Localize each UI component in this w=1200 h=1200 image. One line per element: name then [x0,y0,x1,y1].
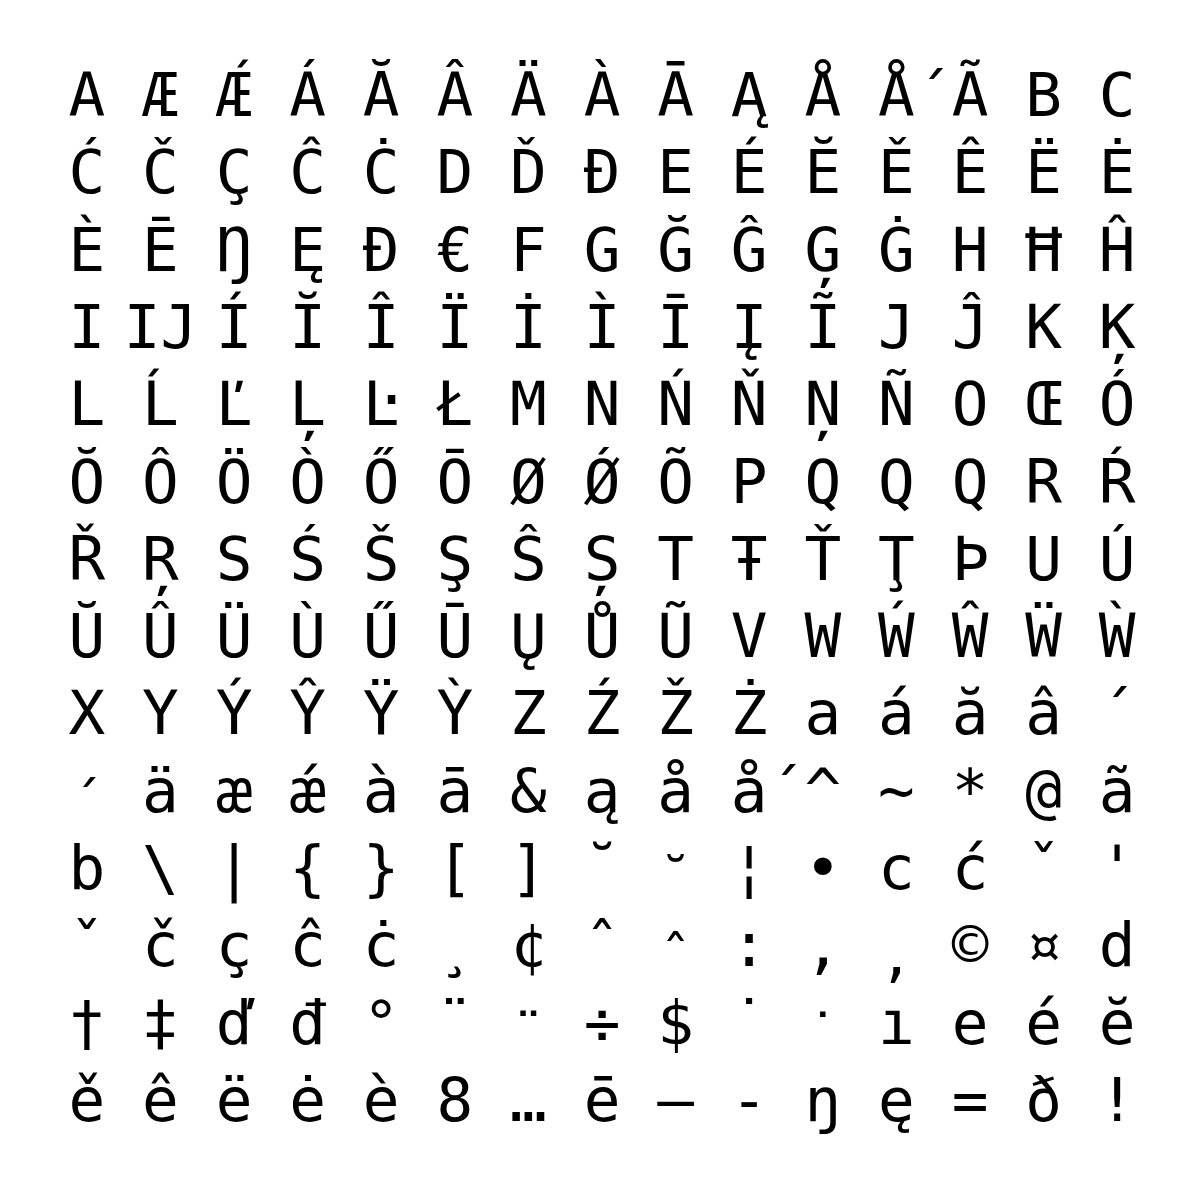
glyph-cell: Æ [124,56,198,133]
glyph-cell: Î [344,288,418,365]
glyph-cell: \ [124,829,198,906]
glyph-cell: ĉ [271,906,345,983]
glyph-cell: C [1080,56,1154,133]
glyph-cell: Ņ [786,365,860,442]
glyph-cell: { [271,829,345,906]
glyph-cell: Ė [1080,133,1154,210]
glyph-cell: Č [124,133,198,210]
glyph-cell: N [565,365,639,442]
glyph-cell: Ŋ [197,211,271,288]
glyph-cell: Ľ [197,365,271,442]
glyph-cell: ¦ [712,829,786,906]
glyph-cell: ˙ [786,995,860,1072]
glyph-cell: Ǻ [860,56,934,133]
glyph-cell: Í [197,288,271,365]
glyph-cell: Ŏ [50,442,124,519]
glyph-cell: P [712,442,786,519]
glyph-cell: 8 [418,1061,492,1138]
glyph-cell: ¤ [1007,906,1081,983]
glyph-cell: ] [492,829,566,906]
glyph-cell: Ã [933,56,1007,133]
glyph-cell: Ł [418,365,492,442]
glyph-cell: ç [197,906,271,983]
glyph-cell: M [492,365,566,442]
glyph-cell: a [786,674,860,751]
glyph-cell: – [639,1061,713,1138]
glyph-cell: Ÿ [344,674,418,751]
glyph-cell: Ħ [1007,211,1081,288]
glyph-cell: ! [1080,1061,1154,1138]
glyph-cell: Ŕ [1080,442,1154,519]
glyph-cell: Ĉ [271,133,345,210]
glyph-cell: K [1007,288,1081,365]
glyph-cell: å [639,752,713,829]
glyph-cell: B [1007,56,1081,133]
glyph-cell: Ŝ [492,520,566,597]
glyph-cell: Ï [418,288,492,365]
glyph-cell: ¸ [418,906,492,983]
glyph-cell: ´ [1080,674,1154,751]
glyph-cell: • [786,829,860,906]
glyph-cell: Ŗ [124,520,198,597]
glyph-cell: Œ [1007,365,1081,442]
glyph-cell: ð [1007,1061,1081,1138]
glyph-cell: & [492,752,566,829]
glyph-cell: ~ [860,752,934,829]
glyph-cell: ˇ [50,906,124,983]
glyph-cell: ˆ [639,918,713,995]
glyph-cell: O [933,365,1007,442]
glyph-cell: Ą [712,56,786,133]
glyph-cell: Ă [344,56,418,133]
glyph-cell: É [712,133,786,210]
glyph-cell: - [712,1061,786,1138]
glyph-cell: * [933,752,1007,829]
glyph-cell: ċ [344,906,418,983]
glyph-cell: ˇ [1007,829,1081,906]
glyph-cell: Ò [271,442,345,519]
glyph-cell: è [344,1061,418,1138]
glyph-cell: Ì [565,288,639,365]
glyph-cell: Ü [197,597,271,674]
glyph-cell: d [1080,906,1154,983]
glyph-cell: Ţ [860,520,934,597]
glyph-cell: é [1007,983,1081,1060]
glyph-cell: Ẅ [1007,597,1081,674]
glyph-cell: Ĝ [712,211,786,288]
glyph-cell: = [933,1061,1007,1138]
glyph-cell: ã [1080,752,1154,829]
glyph-cell: Ũ [639,597,713,674]
glyph-cell: Ë [1007,133,1081,210]
glyph-cell: Ř [50,520,124,597]
glyph-cell: ¨ [418,983,492,1060]
glyph-cell: Ẃ [860,597,934,674]
glyph-cell: Ġ [860,211,934,288]
glyph-cell: Q [786,442,860,519]
glyph-cell: ä [124,752,198,829]
glyph-cell: Ŷ [271,674,345,751]
glyph-cell: A [50,56,124,133]
glyph-cell: R [1007,442,1081,519]
glyph-cell: ę [860,1061,934,1138]
glyph-cell: G [565,211,639,288]
glyph-cell: Ş [418,520,492,597]
glyph-cell: © [933,906,1007,983]
glyph-cell: Ć [50,133,124,210]
glyph-cell: Ż [712,674,786,751]
glyph-cell: ' [1080,829,1154,906]
glyph-cell: ǻ [712,752,786,829]
glyph-cell: Ē [124,211,198,288]
glyph-cell: † [50,983,124,1060]
glyph-cell: ^ [786,752,860,829]
glyph-cell: Ý [197,674,271,751]
glyph-cell: ¢ [492,906,566,983]
glyph-cell: Ď [492,133,566,210]
glyph-cell: c [860,829,934,906]
glyph-cell: Ĭ [271,288,345,365]
glyph-cell: : [712,906,786,983]
glyph-cell: Ċ [344,133,418,210]
glyph-cell: ê [124,1061,198,1138]
glyph-cell: H [933,211,1007,288]
glyph-cell: Z [492,674,566,751]
glyph-cell: ą [565,752,639,829]
glyph-specimen-sheet: AÆǼÁĂÂÄÀĀĄÅǺÃBCĆČÇĈĊDĎĐEÉĔĚÊËĖÈĒŊĘÐ€FGĞĜ… [0,0,1200,1200]
glyph-cell: Į [712,288,786,365]
glyph-cell: Ī [639,288,713,365]
glyph-cell: Ù [271,597,345,674]
glyph-cell: ÷ [565,983,639,1060]
glyph-cell: Ā [639,56,713,133]
glyph-cell: ˆ [565,906,639,983]
glyph-cell: Š [344,520,418,597]
glyph-cell: Ð [344,211,418,288]
glyph-cell: Ś [271,520,345,597]
glyph-cell: İ [492,288,566,365]
glyph-cell: đ [271,983,345,1060]
glyph-cell: Ť [786,520,860,597]
glyph-cell: [ [418,829,492,906]
glyph-cell: Ç [197,133,271,210]
glyph-cell: ‡ [124,983,198,1060]
glyph-cell: ˙ [712,983,786,1060]
glyph-cell: À [565,56,639,133]
glyph-cell: ě [50,1061,124,1138]
glyph-cell: W [786,597,860,674]
glyph-cell: Ŀ [344,365,418,442]
glyph-cell: ° [344,983,418,1060]
glyph-cell: Ń [639,365,713,442]
glyph-cell: Ó [1080,365,1154,442]
glyph-cell: Q [933,442,1007,519]
glyph-cell: Ű [344,597,418,674]
glyph-cell: Ô [124,442,198,519]
glyph-cell: â [1007,674,1081,751]
glyph-cell: Â [418,56,492,133]
glyph-cell: Ź [565,674,639,751]
glyph-cell: Ŵ [933,597,1007,674]
glyph-cell: J [860,288,934,365]
glyph-cell: Ů [565,597,639,674]
glyph-cell: Û [124,597,198,674]
glyph-cell: Ŭ [50,597,124,674]
glyph-cell: Ő [344,442,418,519]
glyph-cell: Å [786,56,860,133]
glyph-grid: AÆǼÁĂÂÄÀĀĄÅǺÃBCĆČÇĈĊDĎĐEÉĔĚÊËĖÈĒŊĘÐ€FGĞĜ… [50,56,1154,1138]
glyph-cell: Ñ [860,365,934,442]
glyph-cell: Ú [1080,520,1154,597]
glyph-cell: Ě [860,133,934,210]
glyph-cell: Ỳ [418,674,492,751]
glyph-cell: Ǿ [565,442,639,519]
glyph-cell: , [786,906,860,983]
glyph-cell: Q [860,442,934,519]
glyph-cell: Ŧ [712,520,786,597]
glyph-cell: Ğ [639,211,713,288]
glyph-cell: U [1007,520,1081,597]
glyph-cell: Ĥ [1080,211,1154,288]
glyph-cell: Þ [933,520,1007,597]
glyph-cell: @ [1007,752,1081,829]
glyph-cell: ā [418,752,492,829]
glyph-cell: Ĺ [124,365,198,442]
glyph-cell: Ķ [1080,288,1154,365]
glyph-cell: Ū [418,597,492,674]
glyph-cell: ă [933,674,1007,751]
glyph-cell: à [344,752,418,829]
glyph-cell: Đ [565,133,639,210]
glyph-cell: Ĵ [933,288,1007,365]
glyph-cell: ď [197,983,271,1060]
glyph-cell: Ģ [786,211,860,288]
glyph-cell: ë [197,1061,271,1138]
glyph-cell: ǽ [271,752,345,829]
glyph-cell: ė [271,1061,345,1138]
glyph-cell: E [639,133,713,210]
glyph-cell: Ö [197,442,271,519]
glyph-cell: Ų [492,597,566,674]
glyph-cell: F [492,211,566,288]
glyph-cell: S [197,520,271,597]
glyph-cell: | [197,829,271,906]
glyph-cell: X [50,674,124,751]
glyph-cell: Ä [492,56,566,133]
glyph-cell: á [860,674,934,751]
glyph-cell: Ș [565,520,639,597]
glyph-cell: e [933,983,1007,1060]
glyph-cell: Ž [639,674,713,751]
glyph-cell: ć [933,829,1007,906]
glyph-cell: , [860,918,934,995]
glyph-cell: č [124,906,198,983]
glyph-cell: V [712,597,786,674]
glyph-cell: Ę [271,211,345,288]
glyph-cell: Ẁ [1080,597,1154,674]
glyph-cell: ĕ [1080,983,1154,1060]
glyph-cell: ´ [50,764,124,841]
glyph-cell: ˘ [565,829,639,906]
glyph-cell: ē [565,1061,639,1138]
glyph-cell: IJ [124,288,198,365]
glyph-cell: Ǽ [197,56,271,133]
glyph-cell: Y [124,674,198,751]
glyph-cell: T [639,520,713,597]
glyph-cell: ¨ [492,995,566,1072]
glyph-cell: Ø [492,442,566,519]
glyph-cell: D [418,133,492,210]
glyph-cell: Ļ [271,365,345,442]
glyph-cell: È [50,211,124,288]
glyph-cell: Ň [712,365,786,442]
glyph-cell: Ō [418,442,492,519]
glyph-cell: Ê [933,133,1007,210]
glyph-cell: I [50,288,124,365]
glyph-cell: Á [271,56,345,133]
glyph-cell: æ [197,752,271,829]
glyph-cell: ˘ [639,841,713,918]
glyph-cell: € [418,211,492,288]
glyph-cell: Õ [639,442,713,519]
glyph-cell: } [344,829,418,906]
glyph-cell: L [50,365,124,442]
glyph-cell: Ĕ [786,133,860,210]
glyph-cell: Ĩ [786,288,860,365]
